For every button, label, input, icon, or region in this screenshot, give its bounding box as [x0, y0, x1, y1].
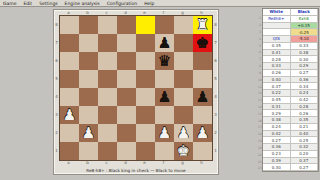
square-g5[interactable] [174, 70, 193, 88]
table-row[interactable]: 0.360.32 [263, 144, 318, 151]
coord-label: 1 [213, 141, 218, 159]
piece-white-pawn: ♟ [158, 125, 171, 140]
cell-white-value[interactable]: 0.27 [263, 137, 291, 143]
cell-black-value[interactable]: 0.34 [291, 83, 319, 89]
square-f1[interactable] [155, 142, 174, 160]
square-c8[interactable] [98, 16, 117, 34]
menu-bar: GameEditSettingsEngine analysisConfigura… [0, 0, 320, 7]
square-b2[interactable]: ♟ [79, 124, 98, 142]
cell-white-value[interactable]: 0.23 [263, 151, 291, 157]
cell-black-value[interactable]: 0.37 [291, 158, 319, 164]
menu-item-configuration[interactable]: Configuration [107, 1, 138, 6]
menu-item-settings[interactable]: Settings [39, 1, 57, 6]
square-b8[interactable] [79, 16, 98, 34]
cell-black-value[interactable]: 0.25 [291, 137, 319, 143]
cell-black-value[interactable]: -5.10 [291, 36, 319, 42]
square-h3[interactable] [193, 106, 212, 124]
cell-white-value[interactable]: 0.35 [263, 43, 291, 49]
square-e3[interactable] [136, 106, 155, 124]
cell-black-value[interactable]: 0.36 [291, 77, 319, 83]
cell-black-value[interactable]: 0.42 [291, 97, 319, 103]
coord-label: 8 [213, 15, 218, 33]
table-row[interactable]: 0.290.26 [263, 110, 318, 117]
square-d5[interactable] [117, 70, 136, 88]
table-row[interactable]: -0.25 [263, 29, 318, 36]
piece-white-pawn: ♟ [63, 107, 76, 122]
square-f2[interactable]: ♟ [155, 124, 174, 142]
cell-white-value[interactable]: 0.28 [263, 56, 291, 62]
piece-black-queen: ♛ [158, 53, 171, 68]
square-g4[interactable] [174, 88, 193, 106]
square-d3[interactable] [117, 106, 136, 124]
square-b5[interactable] [79, 70, 98, 88]
table-row[interactable]: +0.15 [263, 23, 318, 30]
table-header-row: WhiteBlack [263, 9, 318, 16]
square-b3[interactable] [79, 106, 98, 124]
cell-white-value[interactable]: 0.39 [263, 158, 291, 164]
table-row[interactable]: 0.240.21 [263, 124, 318, 131]
coord-label: 6 [213, 51, 218, 69]
table-row[interactable]: 0.410.38 [263, 50, 318, 57]
square-h6[interactable] [193, 52, 212, 70]
table-row[interactable]: 0.300.27 [263, 164, 318, 171]
cell-black-value[interactable]: 0.20 [291, 151, 319, 157]
menu-item-game[interactable]: Game [3, 1, 16, 6]
cell-white-value[interactable]: Qf8 [263, 36, 291, 42]
table-row[interactable]: 0.270.25 [263, 137, 318, 144]
coord-label: 7 [213, 33, 218, 51]
square-e1[interactable] [136, 142, 155, 160]
square-h8[interactable]: ♜ [193, 16, 212, 34]
analysis-panel: 1234567891011121314151617181920212223 Wh… [258, 8, 319, 172]
cell-black-value[interactable]: 0.38 [291, 50, 319, 56]
cell-black-value[interactable]: 0.24 [291, 90, 319, 96]
square-a4[interactable] [60, 88, 79, 106]
cell-white-value[interactable]: 0.37 [263, 83, 291, 89]
app-window: GameEditSettingsEngine analysisConfigura… [0, 0, 320, 180]
board-panel: abcdefgh abcdefgh 87654321 87654321 ♜♟♚♛… [53, 9, 219, 175]
piece-white-king: ♟ [196, 125, 209, 140]
square-e7[interactable] [136, 34, 155, 52]
cell-black-value[interactable]: 0.27 [291, 164, 319, 170]
cell-white-value[interactable]: 0.24 [263, 124, 291, 130]
cell-black-value[interactable]: -0.25 [291, 29, 319, 35]
table-row[interactable]: 0.370.34 [263, 83, 318, 90]
square-b7[interactable] [79, 34, 98, 52]
table-row[interactable]: 0.220.24 [263, 90, 318, 97]
square-c5[interactable] [98, 70, 117, 88]
square-e6[interactable] [136, 52, 155, 70]
square-h5[interactable] [193, 70, 212, 88]
table-row[interactable]: 0.230.20 [263, 151, 318, 158]
table-row[interactable]: 0.420.40 [263, 131, 318, 138]
piece-white-rook: ♜ [196, 17, 209, 32]
square-e4[interactable] [136, 88, 155, 106]
cell-black-value[interactable]: 0.29 [291, 63, 319, 69]
square-h2[interactable]: ♟ [193, 124, 212, 142]
table-row[interactable]: Qf8-5.10 [263, 36, 318, 43]
cell-white-value[interactable]: 0.26 [263, 70, 291, 76]
status-text: Re8-h8+ : Black king in check — Black to… [86, 168, 185, 173]
table-row[interactable]: Re8h8+Kxh8 [263, 16, 318, 23]
square-a5[interactable] [60, 70, 79, 88]
col-header-black: Black [291, 9, 319, 15]
square-f5[interactable] [155, 70, 174, 88]
square-d1[interactable] [117, 142, 136, 160]
square-g1[interactable]: ♚ [174, 142, 193, 160]
cell-white-value[interactable]: 0.33 [263, 63, 291, 69]
col-header-white: White [263, 9, 291, 15]
square-b1[interactable] [79, 142, 98, 160]
cell-white-value[interactable]: 0.30 [263, 164, 291, 170]
square-d4[interactable] [117, 88, 136, 106]
piece-white-pawn: ♟ [82, 125, 95, 140]
table-row[interactable]: 0.310.28 [263, 104, 318, 111]
cell-white-value[interactable] [263, 29, 291, 35]
piece-white-pawn: ♟ [177, 125, 190, 140]
square-h4[interactable]: ♟ [193, 88, 212, 106]
cell-black-value[interactable]: 0.35 [291, 117, 319, 123]
square-b6[interactable] [79, 52, 98, 70]
piece-black-pawn: ♟ [158, 89, 171, 104]
cell-black-value[interactable]: 0.32 [291, 144, 319, 150]
cell-black-value[interactable]: +0.15 [291, 23, 319, 29]
cell-white-value[interactable]: 0.42 [263, 131, 291, 137]
cell-white-value[interactable]: 0.38 [263, 117, 291, 123]
square-g6[interactable] [174, 52, 193, 70]
piece-white-king: ♚ [177, 143, 190, 158]
square-h7[interactable]: ♚ [193, 34, 212, 52]
status-bar: Re8-h8+ : Black king in check — Black to… [57, 166, 215, 174]
square-a1[interactable] [60, 142, 79, 160]
cell-white-value[interactable] [263, 23, 291, 29]
cell-white-value[interactable]: 0.41 [263, 50, 291, 56]
chess-board[interactable]: ♜♟♚♛♟♟♟♟♟♟♟♚ [59, 15, 213, 161]
square-a2[interactable] [60, 124, 79, 142]
coord-label: 4 [213, 87, 218, 105]
square-c1[interactable] [98, 142, 117, 160]
square-d8[interactable] [117, 16, 136, 34]
square-g7[interactable] [174, 34, 193, 52]
square-f3[interactable] [155, 106, 174, 124]
cell-white-value[interactable]: 0.29 [263, 110, 291, 116]
square-f7[interactable]: ♟ [155, 34, 174, 52]
square-a6[interactable] [60, 52, 79, 70]
menu-item-help[interactable]: Help [144, 1, 154, 6]
square-g3[interactable] [174, 106, 193, 124]
square-d7[interactable] [117, 34, 136, 52]
cell-black-value[interactable]: Kxh8 [291, 16, 319, 22]
cell-black-value[interactable]: 0.40 [291, 131, 319, 137]
table-row[interactable]: 0.380.35 [263, 117, 318, 124]
square-h1[interactable] [193, 142, 212, 160]
coord-label: 2 [213, 123, 218, 141]
square-g2[interactable]: ♟ [174, 124, 193, 142]
analysis-table[interactable]: WhiteBlackRe8h8+Kxh8+0.15-0.25Qf8-5.100.… [262, 8, 319, 172]
square-d2[interactable] [117, 124, 136, 142]
table-row[interactable]: 0.330.29 [263, 63, 318, 70]
piece-black-king: ♚ [196, 35, 209, 50]
square-c7[interactable] [98, 34, 117, 52]
square-f6[interactable]: ♛ [155, 52, 174, 70]
table-row[interactable]: 0.450.42 [263, 97, 318, 104]
square-g8[interactable] [174, 16, 193, 34]
cell-white-value[interactable]: 0.31 [263, 104, 291, 110]
cell-black-value[interactable]: 0.21 [291, 124, 319, 130]
menu-item-edit[interactable]: Edit [23, 1, 32, 6]
cell-black-value[interactable]: 0.26 [291, 110, 319, 116]
coord-label: 3 [213, 105, 218, 123]
piece-black-pawn: ♟ [196, 89, 209, 104]
cell-white-value[interactable]: 0.22 [263, 90, 291, 96]
square-d6[interactable] [117, 52, 136, 70]
cell-black-value[interactable]: 0.27 [291, 70, 319, 76]
square-c6[interactable] [98, 52, 117, 70]
square-e8[interactable] [136, 16, 155, 34]
square-c2[interactable] [98, 124, 117, 142]
cell-white-value[interactable]: 0.45 [263, 97, 291, 103]
square-c3[interactable] [98, 106, 117, 124]
piece-black-pawn: ♟ [158, 35, 171, 50]
square-a3[interactable]: ♟ [60, 106, 79, 124]
square-c4[interactable] [98, 88, 117, 106]
cell-black-value[interactable]: 0.33 [291, 43, 319, 49]
coord-label: 5 [213, 69, 218, 87]
square-a8[interactable] [60, 16, 79, 34]
table-row[interactable]: 0.280.30 [263, 56, 318, 63]
table-row[interactable]: 0.400.36 [263, 77, 318, 84]
table-row[interactable]: 0.260.27 [263, 70, 318, 77]
cell-black-value[interactable]: 0.28 [291, 104, 319, 110]
rank-labels-right: 87654321 [213, 15, 218, 161]
table-row[interactable]: 0.390.37 [263, 158, 318, 165]
cell-white-value[interactable]: 0.36 [263, 144, 291, 150]
cell-white-value[interactable]: Re8h8+ [263, 16, 291, 22]
square-f4[interactable]: ♟ [155, 88, 174, 106]
square-e2[interactable] [136, 124, 155, 142]
menu-item-engine-analysis[interactable]: Engine analysis [65, 1, 100, 6]
cell-black-value[interactable]: 0.30 [291, 56, 319, 62]
square-f8[interactable] [155, 16, 174, 34]
square-a7[interactable] [60, 34, 79, 52]
square-b4[interactable] [79, 88, 98, 106]
square-e5[interactable] [136, 70, 155, 88]
table-row[interactable]: 0.350.33 [263, 43, 318, 50]
cell-white-value[interactable]: 0.40 [263, 77, 291, 83]
